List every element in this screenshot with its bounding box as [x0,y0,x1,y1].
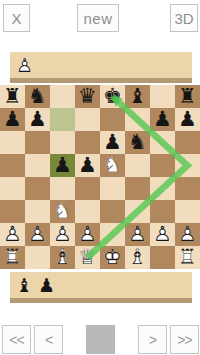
square-c3[interactable]: ♞♘ [50,200,75,223]
black-knight[interactable]: ♞ [25,85,50,108]
square-e1[interactable]: ♚♔ [100,246,125,269]
white-rook[interactable]: ♜♖ [0,246,25,269]
square-c2[interactable]: ♟♙ [50,223,75,246]
piece-outline: ♙ [75,223,100,246]
next-move-button[interactable]: > [138,325,167,354]
piece-outline: ♙ [125,223,150,246]
captured-piece: ♟♙ [14,53,35,77]
square-a6[interactable] [0,131,25,154]
black-pawn[interactable]: ♟ [150,108,175,131]
piece-outline: ♙ [150,223,175,246]
square-a7[interactable]: ♟ [0,108,25,131]
square-b2[interactable]: ♟♙ [25,223,50,246]
square-a4[interactable] [0,177,25,200]
square-g3[interactable] [150,200,175,223]
square-d8[interactable]: ♛ [75,85,100,108]
square-e8[interactable]: ♚ [100,85,125,108]
square-e4[interactable] [100,177,125,200]
black-pawn[interactable]: ♟ [50,154,75,177]
square-b6[interactable] [25,131,50,154]
square-d6[interactable] [75,131,100,154]
piece-outline: ♙ [25,223,50,246]
square-d4[interactable] [75,177,100,200]
square-g2[interactable]: ♟♙ [150,223,175,246]
square-a2[interactable]: ♟♙ [0,223,25,246]
square-f2[interactable]: ♟♙ [125,223,150,246]
square-c8[interactable] [50,85,75,108]
white-knight[interactable]: ♞♘ [100,154,125,177]
square-f4[interactable] [125,177,150,200]
square-h8[interactable]: ♜ [175,85,200,108]
square-d2[interactable]: ♟♙ [75,223,100,246]
square-a1[interactable]: ♜♖ [0,246,25,269]
white-queen[interactable]: ♛♕ [75,246,100,269]
black-rook[interactable]: ♜ [175,85,200,108]
white-bishop[interactable]: ♝♗ [50,246,75,269]
square-f1[interactable]: ♝♗ [125,246,150,269]
white-pawn[interactable]: ♟♙ [50,223,75,246]
square-g7[interactable]: ♟ [150,108,175,131]
new-game-button[interactable]: new [77,4,119,32]
white-pawn[interactable]: ♟♙ [75,223,100,246]
square-g1[interactable] [150,246,175,269]
captured-by-white-tray: ♝♟ [10,272,192,298]
square-b8[interactable]: ♞ [25,85,50,108]
square-b5[interactable] [25,154,50,177]
piece-outline: ♔ [100,246,125,269]
black-queen[interactable]: ♛ [75,85,100,108]
black-knight[interactable]: ♞ [125,131,150,154]
captured-piece: ♟ [36,273,57,297]
previous-move-button[interactable]: < [34,325,63,354]
square-c7[interactable] [50,108,75,131]
square-f6[interactable]: ♞ [125,131,150,154]
square-h7[interactable]: ♟ [175,108,200,131]
captured-piece: ♝ [14,273,35,297]
square-e5[interactable]: ♞♘ [100,154,125,177]
white-pawn: ♟♙ [14,53,35,77]
piece-outline: ♖ [0,246,25,269]
white-rook[interactable]: ♜♖ [175,246,200,269]
square-b7[interactable]: ♟ [25,108,50,131]
piece-outline: ♙ [175,223,200,246]
black-pawn[interactable]: ♟ [175,108,200,131]
square-f3[interactable] [125,200,150,223]
square-f5[interactable] [125,154,150,177]
white-pawn[interactable]: ♟♙ [25,223,50,246]
black-pawn[interactable]: ♟ [0,108,25,131]
square-g8[interactable] [150,85,175,108]
square-d5[interactable]: ♟ [75,154,100,177]
square-e7[interactable] [100,108,125,131]
square-d3[interactable] [75,200,100,223]
square-b4[interactable] [25,177,50,200]
square-g5[interactable] [150,154,175,177]
square-e3[interactable] [100,200,125,223]
square-c1[interactable]: ♝♗ [50,246,75,269]
black-rook[interactable]: ♜ [0,85,25,108]
square-b3[interactable] [25,200,50,223]
square-f7[interactable] [125,108,150,131]
square-c6[interactable] [50,131,75,154]
square-h6[interactable] [175,131,200,154]
black-bishop: ♝ [14,273,35,297]
tray-edge-top [10,78,192,83]
black-pawn: ♟ [36,273,57,297]
chess-board[interactable]: ♜♞♛♚♝♜♟♟♟♟♟♞♟♟♞♘♞♘♟♙♟♙♟♙♟♙♟♙♟♙♟♙♜♖♝♗♛♕♚♔… [0,85,200,269]
tray-edge-bottom [10,298,192,303]
white-king[interactable]: ♚♔ [100,246,125,269]
chess-app-window: X new 3D ♟♙ ♜♞♛♚♝♜♟♟♟♟♟♞♟♟♞♘♞♘♟♙♟♙♟♙♟♙♟♙… [0,0,200,355]
white-pawn[interactable]: ♟♙ [125,223,150,246]
3d-view-button[interactable]: 3D [170,4,198,32]
nav-middle-button[interactable] [86,325,115,354]
first-move-button[interactable]: << [2,325,31,354]
piece-outline: ♙ [50,223,75,246]
piece-outline: ♕ [75,246,100,269]
square-f8[interactable]: ♝ [125,85,150,108]
piece-outline: ♖ [175,246,200,269]
captured-by-black-tray: ♟♙ [10,52,192,78]
piece-outline: ♙ [0,223,25,246]
square-g6[interactable] [150,131,175,154]
square-a3[interactable] [0,200,25,223]
piece-outline: ♘ [50,200,75,223]
black-king[interactable]: ♚ [100,85,125,108]
square-a5[interactable] [0,154,25,177]
square-h1[interactable]: ♜♖ [175,246,200,269]
square-h5[interactable] [175,154,200,177]
square-h2[interactable]: ♟♙ [175,223,200,246]
black-bishop[interactable]: ♝ [125,85,150,108]
close-button[interactable]: X [3,4,30,32]
white-pawn[interactable]: ♟♙ [150,223,175,246]
square-d7[interactable] [75,108,100,131]
square-b1[interactable] [25,246,50,269]
piece-outline: ♗ [50,246,75,269]
black-pawn[interactable]: ♟ [25,108,50,131]
square-e6[interactable]: ♟ [100,131,125,154]
square-h4[interactable] [175,177,200,200]
square-e2[interactable] [100,223,125,246]
piece-outline: ♗ [125,246,150,269]
square-c5[interactable]: ♟ [50,154,75,177]
last-move-button[interactable]: >> [170,325,199,354]
square-g4[interactable] [150,177,175,200]
black-pawn[interactable]: ♟ [75,154,100,177]
square-a8[interactable]: ♜ [0,85,25,108]
black-pawn[interactable]: ♟ [100,131,125,154]
square-h3[interactable] [175,200,200,223]
white-bishop[interactable]: ♝♗ [125,246,150,269]
square-c4[interactable] [50,177,75,200]
white-knight[interactable]: ♞♘ [50,200,75,223]
piece-outline: ♙ [14,53,35,77]
piece-outline: ♘ [100,154,125,177]
white-pawn[interactable]: ♟♙ [175,223,200,246]
square-d1[interactable]: ♛♕ [75,246,100,269]
white-pawn[interactable]: ♟♙ [0,223,25,246]
